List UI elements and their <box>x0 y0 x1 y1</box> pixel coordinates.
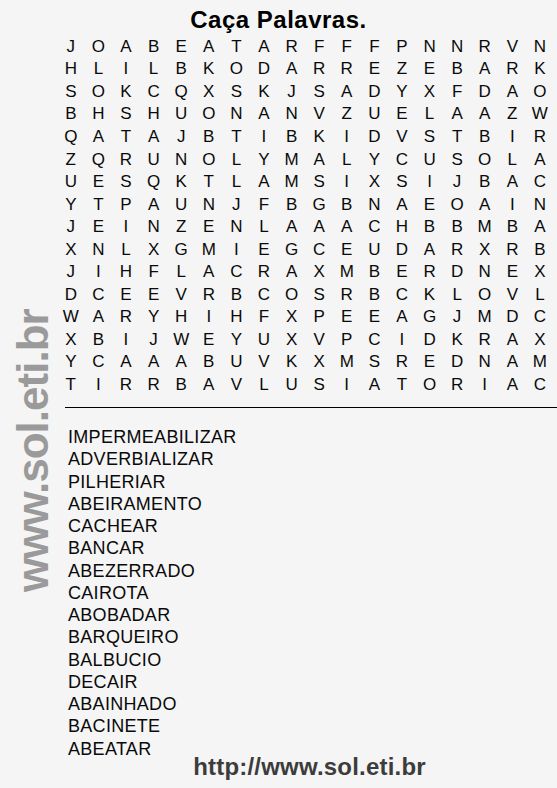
grid-cell-r4c7[interactable]: N <box>223 103 251 126</box>
grid-cell-r13c2[interactable]: A <box>85 306 113 329</box>
grid-cell-r3c14[interactable]: X <box>416 80 444 103</box>
grid-cell-r8c7[interactable]: J <box>223 193 251 216</box>
word-item: CAIROTA <box>68 582 237 604</box>
grid-cell-r11c16[interactable]: N <box>471 260 499 283</box>
grid-cell-r14c14[interactable]: D <box>416 328 444 351</box>
grid-cell-r4c4[interactable]: H <box>140 103 168 126</box>
grid-cell-r16c4[interactable]: R <box>140 373 168 396</box>
grid-cell-r2c11[interactable]: R <box>333 58 361 81</box>
grid-cell-r3c11[interactable]: A <box>333 80 361 103</box>
grid-cell-r6c1[interactable]: Z <box>57 148 85 171</box>
grid-cell-r7c3[interactable]: S <box>112 170 140 193</box>
grid-cell-r14c12[interactable]: C <box>361 328 389 351</box>
grid-cell-r11c5[interactable]: L <box>167 260 195 283</box>
grid-cell-r12c17[interactable]: V <box>499 283 527 306</box>
grid-cell-r15c11[interactable]: M <box>333 351 361 374</box>
grid-cell-r8c11[interactable]: B <box>333 193 361 216</box>
grid-cell-r9c2[interactable]: E <box>85 215 113 238</box>
grid-cell-r2c2[interactable]: L <box>85 58 113 81</box>
grid-cell-r10c11[interactable]: E <box>333 238 361 261</box>
grid-cell-r10c18[interactable]: B <box>526 238 554 261</box>
grid-cell-r1c14[interactable]: N <box>416 35 444 58</box>
grid-cell-r13c4[interactable]: Y <box>140 306 168 329</box>
grid-cell-r13c3[interactable]: R <box>112 306 140 329</box>
grid-cell-r13c1[interactable]: W <box>57 306 85 329</box>
grid-cell-r12c2[interactable]: C <box>85 283 113 306</box>
grid-cell-r9c18[interactable]: A <box>526 215 554 238</box>
grid-cell-r9c14[interactable]: B <box>416 215 444 238</box>
grid-cell-r11c7[interactable]: C <box>223 260 251 283</box>
grid-cell-r7c18[interactable]: C <box>526 170 554 193</box>
grid-cell-r3c12[interactable]: D <box>361 80 389 103</box>
grid-cell-r9c5[interactable]: Z <box>167 215 195 238</box>
grid-cell-r5c1[interactable]: Q <box>57 125 85 148</box>
grid-cell-r15c7[interactable]: U <box>223 351 251 374</box>
grid-cell-r6c18[interactable]: A <box>526 148 554 171</box>
grid-cell-r10c17[interactable]: R <box>499 238 527 261</box>
grid-cell-r6c4[interactable]: U <box>140 148 168 171</box>
grid-cell-r2c15[interactable]: B <box>443 58 471 81</box>
grid-cell-r8c13[interactable]: A <box>388 193 416 216</box>
grid-cell-r16c8[interactable]: L <box>250 373 278 396</box>
grid-cell-r16c3[interactable]: R <box>112 373 140 396</box>
grid-cell-r14c15[interactable]: K <box>443 328 471 351</box>
grid-cell-r10c4[interactable]: X <box>140 238 168 261</box>
grid-cell-r15c18[interactable]: M <box>526 351 554 374</box>
grid-cell-r15c8[interactable]: V <box>250 351 278 374</box>
grid-cell-r14c8[interactable]: U <box>250 328 278 351</box>
grid-cell-r2c16[interactable]: A <box>471 58 499 81</box>
grid-cell-r14c11[interactable]: P <box>333 328 361 351</box>
grid-cell-r3c10[interactable]: S <box>305 80 333 103</box>
word-item: CACHEAR <box>68 515 237 537</box>
grid-cell-r3c2[interactable]: O <box>85 80 113 103</box>
grid-cell-r11c12[interactable]: B <box>361 260 389 283</box>
grid-cell-r13c6[interactable]: I <box>195 306 223 329</box>
grid-cell-r16c14[interactable]: O <box>416 373 444 396</box>
grid-cell-r8c1[interactable]: Y <box>57 193 85 216</box>
grid-cell-r11c9[interactable]: A <box>278 260 306 283</box>
grid-cell-r5c13[interactable]: V <box>388 125 416 148</box>
grid-cell-r14c13[interactable]: I <box>388 328 416 351</box>
grid-cell-r9c12[interactable]: C <box>361 215 389 238</box>
word-item: IMPERMEABILIZAR <box>68 426 237 448</box>
grid-cell-r12c1[interactable]: D <box>57 283 85 306</box>
grid-cell-r7c10[interactable]: S <box>305 170 333 193</box>
grid-cell-r6c11[interactable]: L <box>333 148 361 171</box>
grid-cell-r5c7[interactable]: T <box>223 125 251 148</box>
grid-cell-r6c7[interactable]: L <box>223 148 251 171</box>
grid-cell-r10c16[interactable]: X <box>471 238 499 261</box>
grid-cell-r16c5[interactable]: B <box>167 373 195 396</box>
grid-cell-r15c15[interactable]: D <box>443 351 471 374</box>
grid-cell-r4c18[interactable]: W <box>526 103 554 126</box>
grid-cell-r11c2[interactable]: I <box>85 260 113 283</box>
grid-cell-r12c18[interactable]: L <box>526 283 554 306</box>
grid-cell-r16c16[interactable]: I <box>471 373 499 396</box>
grid-cell-r12c14[interactable]: K <box>416 283 444 306</box>
grid-cell-r5c8[interactable]: I <box>250 125 278 148</box>
word-list: IMPERMEABILIZARADVERBIALIZARPILHERIARABE… <box>68 426 237 760</box>
grid-cell-r12c12[interactable]: B <box>361 283 389 306</box>
grid-cell-r8c18[interactable]: N <box>526 193 554 216</box>
grid-cell-r8c15[interactable]: O <box>443 193 471 216</box>
grid-cell-r3c7[interactable]: S <box>223 80 251 103</box>
grid-cell-r4c16[interactable]: A <box>471 103 499 126</box>
grid-cell-r10c10[interactable]: C <box>305 238 333 261</box>
grid-cell-r6c16[interactable]: O <box>471 148 499 171</box>
grid-cell-r2c7[interactable]: O <box>223 58 251 81</box>
grid-cell-r13c13[interactable]: A <box>388 306 416 329</box>
grid-cell-r1c12[interactable]: F <box>361 35 389 58</box>
grid-cell-r8c17[interactable]: I <box>499 193 527 216</box>
grid-cell-r1c9[interactable]: R <box>278 35 306 58</box>
grid-cell-r7c15[interactable]: J <box>443 170 471 193</box>
grid-cell-r11c10[interactable]: X <box>305 260 333 283</box>
grid-cell-r9c16[interactable]: M <box>471 215 499 238</box>
grid-cell-r8c12[interactable]: N <box>361 193 389 216</box>
grid-cell-r10c1[interactable]: X <box>57 238 85 261</box>
grid-cell-r9c8[interactable]: L <box>250 215 278 238</box>
grid-cell-r16c2[interactable]: I <box>85 373 113 396</box>
grid-cell-r15c2[interactable]: C <box>85 351 113 374</box>
grid-cell-r9c17[interactable]: B <box>499 215 527 238</box>
grid-cell-r11c3[interactable]: H <box>112 260 140 283</box>
grid-cell-r11c11[interactable]: M <box>333 260 361 283</box>
grid-cell-r4c11[interactable]: Z <box>333 103 361 126</box>
grid-cell-r10c15[interactable]: R <box>443 238 471 261</box>
grid-cell-r5c9[interactable]: B <box>278 125 306 148</box>
grid-cell-r6c13[interactable]: C <box>388 148 416 171</box>
grid-cell-r14c4[interactable]: J <box>140 328 168 351</box>
grid-cell-r1c8[interactable]: A <box>250 35 278 58</box>
grid-cell-r16c1[interactable]: T <box>57 373 85 396</box>
grid-cell-r16c17[interactable]: A <box>499 373 527 396</box>
grid-cell-r11c8[interactable]: R <box>250 260 278 283</box>
grid-cell-r14c5[interactable]: W <box>167 328 195 351</box>
grid-cell-r1c7[interactable]: T <box>223 35 251 58</box>
grid-cell-r1c13[interactable]: P <box>388 35 416 58</box>
grid-cell-r8c2[interactable]: T <box>85 193 113 216</box>
grid-cell-r13c11[interactable]: E <box>333 306 361 329</box>
grid-cell-r10c3[interactable]: L <box>112 238 140 261</box>
grid-cell-r2c3[interactable]: I <box>112 58 140 81</box>
grid-cell-r8c5[interactable]: U <box>167 193 195 216</box>
grid-cell-r12c11[interactable]: R <box>333 283 361 306</box>
grid-cell-r5c5[interactable]: J <box>167 125 195 148</box>
grid-cell-r3c9[interactable]: J <box>278 80 306 103</box>
grid-cell-r13c17[interactable]: D <box>499 306 527 329</box>
grid-cell-r6c8[interactable]: Y <box>250 148 278 171</box>
grid-cell-r14c9[interactable]: X <box>278 328 306 351</box>
grid-cell-r9c7[interactable]: N <box>223 215 251 238</box>
grid-cell-r1c3[interactable]: A <box>112 35 140 58</box>
grid-cell-r8c10[interactable]: G <box>305 193 333 216</box>
grid-cell-r3c15[interactable]: F <box>443 80 471 103</box>
letter-grid: JOABEATARFFFPNNRVNHLILBKODARREZEBARKSOKC… <box>57 35 554 396</box>
grid-cell-r5c10[interactable]: K <box>305 125 333 148</box>
grid-cell-r5c4[interactable]: A <box>140 125 168 148</box>
grid-cell-r16c15[interactable]: R <box>443 373 471 396</box>
grid-cell-r6c2[interactable]: Q <box>85 148 113 171</box>
grid-cell-r10c2[interactable]: N <box>85 238 113 261</box>
grid-cell-r10c5[interactable]: G <box>167 238 195 261</box>
grid-cell-r16c11[interactable]: I <box>333 373 361 396</box>
grid-cell-r16c12[interactable]: A <box>361 373 389 396</box>
grid-cell-r13c12[interactable]: E <box>361 306 389 329</box>
grid-cell-r4c13[interactable]: E <box>388 103 416 126</box>
grid-cell-r9c13[interactable]: H <box>388 215 416 238</box>
grid-cell-r4c17[interactable]: Z <box>499 103 527 126</box>
grid-cell-r10c12[interactable]: U <box>361 238 389 261</box>
grid-cell-r1c5[interactable]: E <box>167 35 195 58</box>
grid-cell-r15c9[interactable]: K <box>278 351 306 374</box>
grid-cell-r16c7[interactable]: V <box>223 373 251 396</box>
grid-cell-r7c11[interactable]: I <box>333 170 361 193</box>
grid-cell-r3c3[interactable]: K <box>112 80 140 103</box>
grid-cell-r5c12[interactable]: D <box>361 125 389 148</box>
grid-cell-r7c5[interactable]: K <box>167 170 195 193</box>
grid-cell-r13c5[interactable]: H <box>167 306 195 329</box>
grid-cell-r6c17[interactable]: L <box>499 148 527 171</box>
grid-cell-r14c17[interactable]: A <box>499 328 527 351</box>
grid-cell-r6c5[interactable]: N <box>167 148 195 171</box>
grid-cell-r7c8[interactable]: A <box>250 170 278 193</box>
grid-cell-r14c16[interactable]: R <box>471 328 499 351</box>
grid-cell-r12c16[interactable]: O <box>471 283 499 306</box>
divider-line <box>65 407 557 408</box>
grid-cell-r5c2[interactable]: A <box>85 125 113 148</box>
grid-cell-r12c4[interactable]: E <box>140 283 168 306</box>
grid-cell-r7c1[interactable]: U <box>57 170 85 193</box>
grid-cell-r3c18[interactable]: O <box>526 80 554 103</box>
grid-cell-r4c3[interactable]: S <box>112 103 140 126</box>
grid-cell-r14c3[interactable]: I <box>112 328 140 351</box>
grid-cell-r2c18[interactable]: K <box>526 58 554 81</box>
grid-cell-r11c17[interactable]: E <box>499 260 527 283</box>
grid-cell-r1c15[interactable]: N <box>443 35 471 58</box>
grid-cell-r12c9[interactable]: O <box>278 283 306 306</box>
grid-cell-r4c12[interactable]: U <box>361 103 389 126</box>
grid-cell-r10c14[interactable]: A <box>416 238 444 261</box>
grid-cell-r3c5[interactable]: Q <box>167 80 195 103</box>
grid-cell-r7c7[interactable]: L <box>223 170 251 193</box>
grid-cell-r3c6[interactable]: X <box>195 80 223 103</box>
grid-cell-r8c14[interactable]: E <box>416 193 444 216</box>
grid-cell-r7c6[interactable]: T <box>195 170 223 193</box>
grid-cell-r10c13[interactable]: D <box>388 238 416 261</box>
grid-cell-r7c14[interactable]: I <box>416 170 444 193</box>
grid-cell-r16c9[interactable]: U <box>278 373 306 396</box>
grid-cell-r15c13[interactable]: R <box>388 351 416 374</box>
word-item: ABEZERRADO <box>68 560 237 582</box>
grid-cell-r12c6[interactable]: R <box>195 283 223 306</box>
grid-cell-r3c8[interactable]: K <box>250 80 278 103</box>
grid-cell-r13c7[interactable]: H <box>223 306 251 329</box>
grid-cell-r8c6[interactable]: N <box>195 193 223 216</box>
grid-cell-r12c8[interactable]: C <box>250 283 278 306</box>
word-item: ABAINHADO <box>68 693 237 715</box>
grid-cell-r5c17[interactable]: I <box>499 125 527 148</box>
grid-cell-r2c13[interactable]: Z <box>388 58 416 81</box>
grid-cell-r5c16[interactable]: B <box>471 125 499 148</box>
word-item: ABEIRAMENTO <box>68 493 237 515</box>
grid-cell-r6c6[interactable]: O <box>195 148 223 171</box>
grid-cell-r16c10[interactable]: S <box>305 373 333 396</box>
footer-site-url[interactable]: http://www.sol.eti.br <box>62 753 557 781</box>
grid-cell-r15c5[interactable]: A <box>167 351 195 374</box>
grid-cell-r1c16[interactable]: R <box>471 35 499 58</box>
grid-cell-r14c1[interactable]: X <box>57 328 85 351</box>
grid-cell-r8c16[interactable]: A <box>471 193 499 216</box>
grid-cell-r7c13[interactable]: S <box>388 170 416 193</box>
grid-cell-r16c6[interactable]: A <box>195 373 223 396</box>
grid-cell-r1c1[interactable]: J <box>57 35 85 58</box>
grid-cell-r5c6[interactable]: B <box>195 125 223 148</box>
grid-cell-r15c4[interactable]: A <box>140 351 168 374</box>
grid-cell-r11c6[interactable]: A <box>195 260 223 283</box>
grid-cell-r9c9[interactable]: A <box>278 215 306 238</box>
grid-cell-r2c17[interactable]: R <box>499 58 527 81</box>
grid-cell-r1c6[interactable]: A <box>195 35 223 58</box>
grid-cell-r4c15[interactable]: A <box>443 103 471 126</box>
grid-cell-r7c12[interactable]: X <box>361 170 389 193</box>
grid-cell-r2c6[interactable]: K <box>195 58 223 81</box>
grid-cell-r7c9[interactable]: M <box>278 170 306 193</box>
grid-cell-r2c5[interactable]: B <box>167 58 195 81</box>
grid-cell-r12c7[interactable]: B <box>223 283 251 306</box>
grid-cell-r13c15[interactable]: J <box>443 306 471 329</box>
grid-cell-r9c1[interactable]: J <box>57 215 85 238</box>
grid-cell-r4c14[interactable]: L <box>416 103 444 126</box>
grid-cell-r4c5[interactable]: U <box>167 103 195 126</box>
grid-cell-r2c9[interactable]: A <box>278 58 306 81</box>
grid-cell-r5c18[interactable]: R <box>526 125 554 148</box>
grid-cell-r8c3[interactable]: P <box>112 193 140 216</box>
grid-cell-r7c16[interactable]: B <box>471 170 499 193</box>
grid-cell-r11c15[interactable]: D <box>443 260 471 283</box>
grid-cell-r1c18[interactable]: N <box>526 35 554 58</box>
grid-cell-r10c6[interactable]: M <box>195 238 223 261</box>
grid-cell-r15c17[interactable]: A <box>499 351 527 374</box>
grid-cell-r6c12[interactable]: Y <box>361 148 389 171</box>
grid-cell-r8c4[interactable]: A <box>140 193 168 216</box>
grid-cell-r3c4[interactable]: C <box>140 80 168 103</box>
grid-cell-r3c17[interactable]: A <box>499 80 527 103</box>
grid-cell-r15c10[interactable]: X <box>305 351 333 374</box>
grid-cell-r5c3[interactable]: T <box>112 125 140 148</box>
grid-cell-r1c2[interactable]: O <box>85 35 113 58</box>
grid-cell-r10c7[interactable]: I <box>223 238 251 261</box>
grid-cell-r2c10[interactable]: R <box>305 58 333 81</box>
grid-cell-r13c9[interactable]: X <box>278 306 306 329</box>
grid-cell-r1c17[interactable]: V <box>499 35 527 58</box>
grid-cell-r6c14[interactable]: U <box>416 148 444 171</box>
grid-cell-r13c10[interactable]: P <box>305 306 333 329</box>
grid-cell-r8c8[interactable]: F <box>250 193 278 216</box>
grid-cell-r3c13[interactable]: Y <box>388 80 416 103</box>
grid-cell-r16c18[interactable]: C <box>526 373 554 396</box>
grid-cell-r11c1[interactable]: J <box>57 260 85 283</box>
grid-cell-r2c14[interactable]: E <box>416 58 444 81</box>
word-search-page: Caça Palavras. JOABEATARFFFPNNRVNHLILBKO… <box>0 0 557 788</box>
grid-cell-r11c18[interactable]: X <box>526 260 554 283</box>
grid-cell-r14c10[interactable]: V <box>305 328 333 351</box>
grid-cell-r6c15[interactable]: S <box>443 148 471 171</box>
grid-cell-r12c5[interactable]: V <box>167 283 195 306</box>
grid-cell-r11c13[interactable]: E <box>388 260 416 283</box>
grid-cell-r14c18[interactable]: X <box>526 328 554 351</box>
grid-cell-r11c4[interactable]: F <box>140 260 168 283</box>
grid-cell-r15c12[interactable]: S <box>361 351 389 374</box>
grid-cell-r5c14[interactable]: S <box>416 125 444 148</box>
grid-cell-r10c8[interactable]: E <box>250 238 278 261</box>
grid-cell-r6c9[interactable]: M <box>278 148 306 171</box>
grid-cell-r4c6[interactable]: O <box>195 103 223 126</box>
grid-cell-r3c16[interactable]: D <box>471 80 499 103</box>
grid-cell-r16c13[interactable]: T <box>388 373 416 396</box>
grid-cell-r7c17[interactable]: A <box>499 170 527 193</box>
grid-cell-r15c14[interactable]: E <box>416 351 444 374</box>
grid-cell-r13c16[interactable]: M <box>471 306 499 329</box>
grid-cell-r15c16[interactable]: N <box>471 351 499 374</box>
grid-cell-r7c4[interactable]: Q <box>140 170 168 193</box>
grid-cell-r4c1[interactable]: B <box>57 103 85 126</box>
grid-cell-r9c15[interactable]: B <box>443 215 471 238</box>
grid-cell-r2c12[interactable]: E <box>361 58 389 81</box>
grid-cell-r4c10[interactable]: V <box>305 103 333 126</box>
grid-cell-r5c11[interactable]: I <box>333 125 361 148</box>
grid-cell-r14c6[interactable]: E <box>195 328 223 351</box>
grid-cell-r4c8[interactable]: A <box>250 103 278 126</box>
grid-cell-r12c3[interactable]: E <box>112 283 140 306</box>
grid-cell-r13c8[interactable]: F <box>250 306 278 329</box>
word-item: DECAIR <box>68 671 237 693</box>
grid-cell-r12c10[interactable]: S <box>305 283 333 306</box>
grid-cell-r13c18[interactable]: C <box>526 306 554 329</box>
grid-cell-r9c6[interactable]: E <box>195 215 223 238</box>
grid-cell-r2c1[interactable]: H <box>57 58 85 81</box>
grid-cell-r9c4[interactable]: N <box>140 215 168 238</box>
grid-cell-r1c10[interactable]: F <box>305 35 333 58</box>
grid-cell-r14c7[interactable]: Y <box>223 328 251 351</box>
grid-cell-r15c1[interactable]: Y <box>57 351 85 374</box>
grid-cell-r12c13[interactable]: C <box>388 283 416 306</box>
grid-cell-r14c2[interactable]: B <box>85 328 113 351</box>
grid-cell-r9c3[interactable]: I <box>112 215 140 238</box>
grid-cell-r2c8[interactable]: D <box>250 58 278 81</box>
grid-cell-r2c4[interactable]: L <box>140 58 168 81</box>
grid-cell-r7c2[interactable]: E <box>85 170 113 193</box>
grid-cell-r4c9[interactable]: N <box>278 103 306 126</box>
grid-cell-r4c2[interactable]: H <box>85 103 113 126</box>
grid-cell-r15c3[interactable]: A <box>112 351 140 374</box>
grid-cell-r13c14[interactable]: G <box>416 306 444 329</box>
grid-cell-r11c14[interactable]: R <box>416 260 444 283</box>
grid-cell-r5c15[interactable]: T <box>443 125 471 148</box>
grid-cell-r1c4[interactable]: B <box>140 35 168 58</box>
grid-cell-r1c11[interactable]: F <box>333 35 361 58</box>
grid-cell-r6c3[interactable]: R <box>112 148 140 171</box>
grid-cell-r9c11[interactable]: A <box>333 215 361 238</box>
grid-cell-r9c10[interactable]: A <box>305 215 333 238</box>
grid-cell-r3c1[interactable]: S <box>57 80 85 103</box>
grid-cell-r15c6[interactable]: B <box>195 351 223 374</box>
grid-cell-r10c9[interactable]: G <box>278 238 306 261</box>
grid-cell-r8c9[interactable]: B <box>278 193 306 216</box>
grid-cell-r12c15[interactable]: L <box>443 283 471 306</box>
grid-cell-r6c10[interactable]: A <box>305 148 333 171</box>
